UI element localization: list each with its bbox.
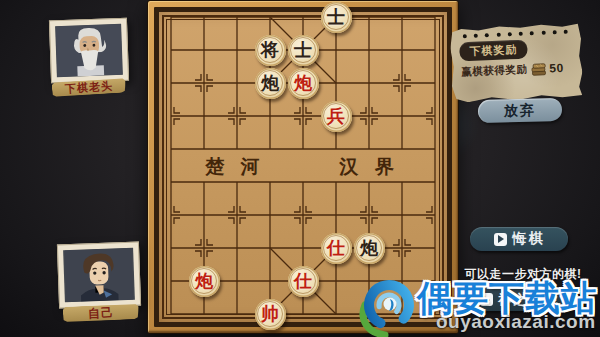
piece-red[interactable]: 帅 <box>255 299 286 330</box>
self-avatar <box>63 248 135 302</box>
piece-red[interactable]: 仕 <box>321 233 352 264</box>
piece-red[interactable]: 仕 <box>288 266 319 297</box>
watermark-site-name: 偶要下载站 <box>417 280 597 315</box>
piece-red[interactable]: 炮 <box>288 68 319 99</box>
reward-text: 赢棋获得奖励 <box>461 63 528 80</box>
piece-red[interactable]: 兵 <box>321 101 352 132</box>
video-play-icon <box>494 233 507 246</box>
piece-red[interactable]: 炮 <box>189 266 220 297</box>
reward-panel: 下棋奖励 赢棋获得奖励 50 <box>449 22 583 103</box>
give-up-label: 放弃 <box>504 101 536 120</box>
money-stack-icon <box>531 62 548 77</box>
undo-label: 悔棋 <box>513 230 545 248</box>
game-screen: 楚 河汉 界 士将士炮炮兵仕炮炮仕帅 下棋老头 <box>0 0 600 337</box>
river-text-right: 汉 界 <box>338 155 399 177</box>
young-man-portrait-icon <box>63 248 135 302</box>
reward-amount: 50 <box>549 61 564 76</box>
opponent-avatar <box>55 24 123 77</box>
self-avatar-frame <box>57 242 141 309</box>
watermark-site-url: ouyaoxiazai.com <box>436 311 596 333</box>
old-man-portrait-icon <box>55 24 123 77</box>
river-text-left: 楚 河 <box>204 155 265 177</box>
undo-button[interactable]: 悔棋 <box>470 227 568 251</box>
piece-black[interactable]: 士 <box>288 35 319 66</box>
piece-black[interactable]: 炮 <box>255 68 286 99</box>
watermark-logo-icon <box>357 275 419 337</box>
reward-title: 下棋奖励 <box>469 42 518 59</box>
reward-title-badge: 下棋奖励 <box>459 40 528 62</box>
piece-black[interactable]: 将 <box>255 35 286 66</box>
piece-black[interactable]: 士 <box>321 2 352 33</box>
opponent-avatar-frame <box>49 18 129 84</box>
self-name: 自己 <box>88 304 115 322</box>
paper-perforation <box>449 22 580 39</box>
piece-black[interactable]: 炮 <box>354 233 385 264</box>
give-up-button[interactable]: 放弃 <box>478 98 563 123</box>
